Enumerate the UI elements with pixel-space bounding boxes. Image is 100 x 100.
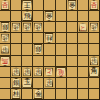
cell-r5c2[interactable]	[22, 56, 32, 66]
piece-歩-sente[interactable]: 歩	[90, 56, 98, 65]
piece-kanji: 王	[24, 2, 31, 9]
cell-r5c7[interactable]	[78, 56, 88, 66]
piece-kanji: 歩	[24, 69, 30, 75]
piece-歩-gote[interactable]: 歩	[34, 23, 42, 32]
cell-r8c6[interactable]	[67, 89, 77, 99]
piece-kanji: 歩	[2, 35, 8, 41]
cell-r4c3[interactable]: 銀	[33, 44, 43, 54]
cell-r7c3[interactable]	[33, 78, 43, 88]
cell-r0c6[interactable]: 金	[67, 0, 77, 10]
piece-歩-sente[interactable]: 歩	[23, 67, 31, 76]
piece-kanji: 馬	[2, 57, 9, 64]
piece-飛-sente[interactable]: 飛	[22, 11, 32, 21]
cell-r8c7[interactable]	[78, 89, 88, 99]
cell-r5c8[interactable]: 歩	[89, 56, 99, 66]
piece-と-sente[interactable]: と	[79, 23, 87, 32]
cell-r5c4[interactable]	[44, 56, 54, 66]
cell-r4c7[interactable]	[78, 44, 88, 54]
cell-r3c7[interactable]	[78, 33, 88, 43]
piece-歩-gote[interactable]: 歩	[1, 34, 9, 43]
cell-r7c6[interactable]	[67, 78, 77, 88]
piece-馬-gote[interactable]: 馬	[0, 56, 10, 66]
piece-kanji: 角	[90, 68, 97, 75]
cell-r6c6[interactable]	[67, 67, 77, 77]
piece-kanji: 竜	[57, 68, 64, 75]
cell-r6c8[interactable]: 角	[89, 67, 99, 77]
cell-r8c1[interactable]: 桂	[11, 89, 21, 99]
piece-杏-sente[interactable]: 杏	[1, 0, 10, 10]
piece-角-sente[interactable]: 角	[89, 67, 99, 77]
cell-r7c1[interactable]: 銀	[11, 78, 21, 88]
cell-r8c5[interactable]	[56, 89, 66, 99]
cell-r4c0[interactable]: 歩	[0, 44, 10, 54]
piece-kanji: 金	[46, 13, 53, 20]
piece-金-gote[interactable]: 金	[45, 11, 54, 21]
cell-r2c6[interactable]	[67, 22, 77, 32]
cell-r4c8[interactable]	[89, 44, 99, 54]
piece-歩-sente[interactable]: 歩	[45, 78, 53, 87]
cell-r7c8[interactable]	[89, 78, 99, 88]
piece-kanji: 歩	[35, 69, 41, 75]
piece-銀-gote[interactable]: 銀	[34, 44, 43, 54]
piece-杏-sente[interactable]: 杏	[89, 0, 98, 10]
piece-kanji: 飛	[24, 13, 31, 20]
piece-kanji: と	[46, 69, 52, 75]
cell-r0c4[interactable]	[44, 0, 54, 10]
cell-r0c8[interactable]: 杏	[89, 0, 99, 10]
piece-kanji: 桂	[46, 35, 53, 42]
piece-歩-sente[interactable]: 歩	[12, 67, 20, 76]
cell-r4c1[interactable]	[11, 44, 21, 54]
cell-r4c2[interactable]	[22, 44, 32, 54]
cell-r1c2[interactable]: 飛	[22, 11, 32, 21]
piece-kanji: 銀	[2, 24, 9, 31]
cell-r2c5[interactable]	[56, 22, 66, 32]
cell-r7c0[interactable]	[0, 78, 10, 88]
piece-kanji: 歩	[2, 46, 8, 52]
piece-kanji: と	[80, 24, 86, 30]
cell-r1c3[interactable]	[33, 11, 43, 21]
cell-r0c2[interactable]: 王	[22, 0, 32, 10]
piece-歩-sente[interactable]: 歩	[34, 67, 42, 76]
cell-r1c6[interactable]	[67, 11, 77, 21]
piece-kanji: 金	[68, 2, 75, 9]
piece-kanji: 歩	[46, 80, 52, 86]
shogi-board: 杏王金杏飛金銀歩歩歩と歩歩桂歩銀馬歩歩歩歩と竜角銀玉歩桂金	[0, 0, 100, 100]
cell-r6c3[interactable]: 歩	[33, 67, 43, 77]
piece-kanji: 歩	[13, 69, 19, 75]
cell-r3c0[interactable]: 歩	[0, 33, 10, 43]
cell-r1c1[interactable]	[11, 11, 21, 21]
cell-r2c7[interactable]: と	[78, 22, 88, 32]
piece-桂-sente[interactable]: 桂	[12, 89, 21, 99]
cell-r2c3[interactable]: 歩	[33, 22, 43, 32]
cell-r6c5[interactable]: 竜	[56, 67, 66, 77]
cell-r4c6[interactable]	[67, 44, 77, 54]
cell-r8c8[interactable]	[89, 89, 99, 99]
piece-王-gote[interactable]: 王	[22, 0, 32, 10]
cell-r6c0[interactable]	[0, 67, 10, 77]
cell-r6c1[interactable]: 歩	[11, 67, 21, 77]
cell-r0c1[interactable]	[11, 0, 21, 10]
cell-r5c1[interactable]	[11, 56, 21, 66]
piece-kanji: 歩	[35, 24, 41, 30]
cell-r7c4[interactable]: 歩	[44, 78, 54, 88]
cell-r2c0[interactable]: 銀	[0, 22, 10, 32]
cell-r4c5[interactable]	[56, 44, 66, 54]
piece-歩-sente[interactable]: 歩	[1, 45, 9, 54]
cell-r6c4[interactable]: と	[44, 67, 54, 77]
cell-r5c6[interactable]	[67, 56, 77, 66]
cell-r8c4[interactable]	[44, 89, 54, 99]
piece-歩-gote[interactable]: 歩	[12, 23, 20, 32]
cell-r1c8[interactable]	[89, 11, 99, 21]
cell-r5c0[interactable]: 馬	[0, 56, 10, 66]
cell-r0c3[interactable]	[33, 0, 43, 10]
cell-r1c4[interactable]: 金	[44, 11, 54, 21]
cell-r8c0[interactable]	[0, 89, 10, 99]
piece-銀-gote[interactable]: 銀	[1, 22, 10, 32]
piece-金-gote[interactable]: 金	[67, 0, 76, 10]
piece-歩-gote[interactable]: 歩	[23, 23, 31, 32]
piece-kanji: 玉	[24, 79, 31, 86]
cell-r3c6[interactable]	[67, 33, 77, 43]
cell-r6c7[interactable]	[78, 67, 88, 77]
cell-r4c4[interactable]	[44, 44, 54, 54]
piece-kanji: 銀	[35, 46, 42, 53]
piece-銀-sente[interactable]: 銀	[12, 78, 21, 88]
cell-r6c2[interactable]: 歩	[22, 67, 32, 77]
cell-r3c5[interactable]	[56, 33, 66, 43]
cell-r2c8[interactable]: 歩	[89, 22, 99, 32]
piece-玉-sente[interactable]: 玉	[22, 78, 32, 88]
piece-金-sente[interactable]: 金	[34, 89, 43, 99]
cell-r7c7[interactable]	[78, 78, 88, 88]
cell-r5c3[interactable]	[33, 56, 43, 66]
cell-r7c2[interactable]: 玉	[22, 78, 32, 88]
cell-r3c8[interactable]	[89, 33, 99, 43]
cell-r3c1[interactable]	[11, 33, 21, 43]
piece-kanji: 杏	[2, 2, 9, 9]
cell-r2c1[interactable]: 歩	[11, 22, 21, 32]
piece-kanji: 歩	[24, 24, 30, 30]
cell-r7c5[interactable]	[56, 78, 66, 88]
cell-r1c5[interactable]	[56, 11, 66, 21]
cell-r0c5[interactable]	[56, 0, 66, 10]
piece-kanji: 杏	[91, 2, 98, 9]
piece-桂-gote[interactable]: 桂	[45, 33, 54, 43]
piece-竜-gote[interactable]: 竜	[56, 67, 66, 77]
piece-kanji: 銀	[13, 80, 20, 87]
cell-r8c2[interactable]	[22, 89, 32, 99]
cell-r1c7[interactable]	[78, 11, 88, 21]
shogi-app: 杏王金杏飛金銀歩歩歩と歩歩桂歩銀馬歩歩歩歩と竜角銀玉歩桂金	[0, 0, 100, 100]
piece-kanji: 金	[35, 91, 42, 98]
cell-r2c2[interactable]: 歩	[22, 22, 32, 32]
piece-と-gote[interactable]: と	[45, 67, 53, 76]
cell-r3c2[interactable]	[22, 33, 32, 43]
piece-kanji: 桂	[13, 91, 20, 98]
cell-r0c0[interactable]: 杏	[0, 0, 10, 10]
cell-r3c4[interactable]: 桂	[44, 33, 54, 43]
cell-r5c5[interactable]	[56, 56, 66, 66]
cell-r8c3[interactable]: 金	[33, 89, 43, 99]
cell-r0c7[interactable]	[78, 0, 88, 10]
piece-kanji: 歩	[91, 58, 97, 64]
cell-r2c4[interactable]	[44, 22, 54, 32]
piece-歩-gote[interactable]: 歩	[90, 23, 98, 32]
cell-r1c0[interactable]	[0, 11, 10, 21]
piece-kanji: 歩	[91, 24, 97, 30]
piece-kanji: 歩	[13, 24, 19, 30]
cell-r3c3[interactable]	[33, 33, 43, 43]
